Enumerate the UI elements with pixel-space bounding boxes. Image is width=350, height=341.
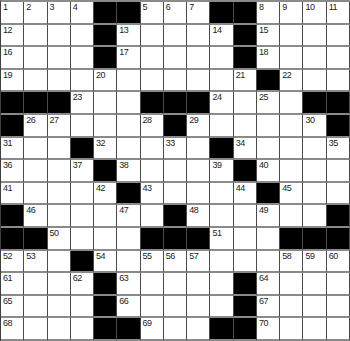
white-cell[interactable] [164,273,187,296]
clue-number: 63 [119,273,128,283]
white-cell[interactable]: 66 [117,296,140,319]
clue-number: 56 [166,251,175,261]
white-cell[interactable]: 37 [71,160,94,183]
white-cell[interactable] [327,183,350,206]
clue-number: 35 [329,138,338,148]
black-cell [48,92,71,115]
white-cell[interactable] [327,47,350,70]
white-cell[interactable]: 9 [280,2,303,25]
clue-number: 14 [212,25,221,35]
clue-number: 7 [189,2,194,12]
white-cell[interactable] [48,70,71,93]
white-cell[interactable]: 42 [94,183,117,206]
black-cell [327,92,350,115]
white-cell[interactable] [141,47,164,70]
black-cell [210,138,233,161]
white-cell[interactable]: 28 [141,115,164,138]
white-cell[interactable] [117,138,140,161]
white-cell[interactable] [141,205,164,228]
white-cell[interactable] [280,47,303,70]
clue-number: 3 [50,2,55,12]
white-cell[interactable] [117,115,140,138]
white-cell[interactable] [164,25,187,48]
white-cell[interactable]: 69 [141,318,164,341]
white-cell[interactable] [257,138,280,161]
clue-number: 13 [119,25,128,35]
black-cell [164,228,187,251]
clue-number: 38 [119,160,128,170]
clue-number: 31 [3,138,12,148]
clue-number: 29 [189,115,198,125]
clue-number: 2 [26,2,31,12]
black-cell [1,228,24,251]
white-cell[interactable] [327,296,350,319]
white-cell[interactable] [48,160,71,183]
white-cell[interactable] [187,296,210,319]
white-cell[interactable]: 59 [303,251,326,274]
white-cell[interactable]: 1 [1,2,24,25]
white-cell[interactable] [187,183,210,206]
clue-number: 8 [259,2,264,12]
black-cell [1,205,24,228]
clue-number: 4 [73,2,78,12]
black-cell [234,296,257,319]
clue-number: 36 [3,160,12,170]
white-cell[interactable] [280,273,303,296]
clue-number: 49 [259,205,268,215]
white-cell[interactable] [24,273,47,296]
white-cell[interactable] [303,70,326,93]
clue-number: 68 [3,318,12,328]
white-cell[interactable] [280,318,303,341]
white-cell[interactable] [257,115,280,138]
white-cell[interactable] [141,273,164,296]
white-cell[interactable] [280,115,303,138]
white-cell[interactable] [210,273,233,296]
white-cell[interactable]: 36 [1,160,24,183]
black-cell [1,92,24,115]
white-cell[interactable] [210,296,233,319]
crossword-puzzle: 1234567891011121314151617181920212223242… [0,0,350,341]
white-cell[interactable]: 67 [257,296,280,319]
crossword-grid: 1234567891011121314151617181920212223242… [0,0,350,341]
clue-number: 21 [236,70,245,80]
white-cell[interactable] [24,47,47,70]
white-cell[interactable] [327,160,350,183]
clue-number: 26 [26,115,35,125]
white-cell[interactable]: 62 [71,273,94,296]
white-cell[interactable] [71,318,94,341]
white-cell[interactable] [164,47,187,70]
white-cell[interactable] [71,228,94,251]
clue-number: 5 [143,2,148,12]
white-cell[interactable] [117,70,140,93]
white-cell[interactable] [48,205,71,228]
white-cell[interactable]: 52 [1,251,24,274]
black-cell [94,25,117,48]
white-cell[interactable]: 45 [280,183,303,206]
white-cell[interactable]: 13 [117,25,140,48]
white-cell[interactable] [303,318,326,341]
black-cell [164,92,187,115]
black-cell [94,2,117,25]
white-cell[interactable] [71,25,94,48]
white-cell[interactable]: 49 [257,205,280,228]
white-cell[interactable]: 57 [187,251,210,274]
white-cell[interactable] [280,138,303,161]
white-cell[interactable] [71,70,94,93]
black-cell [94,47,117,70]
clue-number: 9 [282,2,287,12]
white-cell[interactable] [164,70,187,93]
white-cell[interactable] [210,70,233,93]
white-cell[interactable] [303,25,326,48]
black-cell [234,318,257,341]
white-cell[interactable]: 20 [94,70,117,93]
clue-number: 10 [305,2,314,12]
white-cell[interactable] [48,251,71,274]
black-cell [187,92,210,115]
clue-number: 40 [259,160,268,170]
clue-number: 50 [50,228,59,238]
white-cell[interactable]: 22 [280,70,303,93]
white-cell[interactable]: 44 [234,183,257,206]
white-cell[interactable]: 54 [94,251,117,274]
clue-number: 30 [305,115,314,125]
white-cell[interactable] [71,183,94,206]
white-cell[interactable] [234,115,257,138]
black-cell [94,318,117,341]
clue-number: 27 [50,115,59,125]
white-cell[interactable]: 33 [164,138,187,161]
white-cell[interactable] [24,138,47,161]
clue-number: 54 [96,251,105,261]
clue-number: 60 [329,251,338,261]
white-cell[interactable] [234,92,257,115]
white-cell[interactable] [48,47,71,70]
white-cell[interactable] [303,296,326,319]
white-cell[interactable]: 50 [48,228,71,251]
clue-number: 45 [282,183,291,193]
white-cell[interactable]: 3 [48,2,71,25]
black-cell [164,115,187,138]
black-cell [71,251,94,274]
white-cell[interactable]: 16 [1,47,24,70]
clue-number: 61 [3,273,12,283]
clue-number: 57 [189,251,198,261]
white-cell[interactable] [48,183,71,206]
white-cell[interactable] [164,296,187,319]
white-cell[interactable]: 60 [327,251,350,274]
white-cell[interactable] [187,160,210,183]
white-cell[interactable] [48,296,71,319]
white-cell[interactable]: 35 [327,138,350,161]
white-cell[interactable] [210,183,233,206]
clue-number: 22 [282,70,291,80]
white-cell[interactable] [48,25,71,48]
white-cell[interactable]: 32 [94,138,117,161]
white-cell[interactable] [24,160,47,183]
white-cell[interactable] [24,296,47,319]
clue-number: 25 [259,92,268,102]
white-cell[interactable]: 8 [257,2,280,25]
white-cell[interactable]: 46 [24,205,47,228]
black-cell [234,47,257,70]
black-cell [141,92,164,115]
white-cell[interactable]: 30 [303,115,326,138]
white-cell[interactable] [280,205,303,228]
white-cell[interactable] [187,25,210,48]
black-cell [141,228,164,251]
white-cell[interactable] [24,25,47,48]
clue-number: 37 [73,160,82,170]
clue-number: 53 [26,251,35,261]
white-cell[interactable]: 68 [1,318,24,341]
white-cell[interactable] [234,205,257,228]
white-cell[interactable] [117,228,140,251]
clue-number: 11 [329,2,337,12]
white-cell[interactable]: 61 [1,273,24,296]
black-cell [280,228,303,251]
white-cell[interactable]: 2 [24,2,47,25]
white-cell[interactable]: 6 [164,2,187,25]
clue-number: 6 [166,2,171,12]
clue-number: 19 [3,70,12,80]
black-cell [257,70,280,93]
clue-number: 55 [143,251,152,261]
white-cell[interactable]: 29 [187,115,210,138]
clue-number: 12 [3,25,12,35]
white-cell[interactable] [71,296,94,319]
white-cell[interactable]: 15 [257,25,280,48]
white-cell[interactable]: 53 [24,251,47,274]
white-cell[interactable] [327,273,350,296]
white-cell[interactable]: 31 [1,138,24,161]
black-cell [234,273,257,296]
white-cell[interactable] [141,296,164,319]
white-cell[interactable] [164,183,187,206]
white-cell[interactable]: 4 [71,2,94,25]
white-cell[interactable] [141,138,164,161]
clue-number: 46 [26,205,35,215]
black-cell [164,205,187,228]
white-cell[interactable] [280,160,303,183]
white-cell[interactable]: 25 [257,92,280,115]
clue-number: 59 [305,251,314,261]
black-cell [327,115,350,138]
white-cell[interactable] [187,273,210,296]
white-cell[interactable]: 7 [187,2,210,25]
white-cell[interactable]: 17 [117,47,140,70]
clue-number: 23 [73,92,82,102]
clue-number: 48 [189,205,198,215]
white-cell[interactable]: 27 [48,115,71,138]
white-cell[interactable]: 70 [257,318,280,341]
white-cell[interactable] [234,228,257,251]
clue-number: 43 [143,183,152,193]
clue-number: 1 [3,2,8,12]
white-cell[interactable] [303,138,326,161]
white-cell[interactable] [303,183,326,206]
white-cell[interactable]: 19 [1,70,24,93]
white-cell[interactable] [257,251,280,274]
white-cell[interactable] [210,115,233,138]
white-cell[interactable] [24,183,47,206]
clue-number: 24 [212,92,221,102]
white-cell[interactable] [141,70,164,93]
white-cell[interactable] [94,92,117,115]
white-cell[interactable]: 26 [24,115,47,138]
black-cell [210,2,233,25]
white-cell[interactable] [303,273,326,296]
black-cell [117,2,140,25]
white-cell[interactable] [187,47,210,70]
white-cell[interactable] [164,318,187,341]
white-cell[interactable] [303,47,326,70]
white-cell[interactable] [187,138,210,161]
black-cell [210,318,233,341]
clue-number: 51 [212,228,221,238]
white-cell[interactable] [303,160,326,183]
white-cell[interactable] [187,318,210,341]
white-cell[interactable]: 55 [141,251,164,274]
white-cell[interactable]: 64 [257,273,280,296]
white-cell[interactable]: 48 [187,205,210,228]
white-cell[interactable] [24,318,47,341]
white-cell[interactable]: 65 [1,296,24,319]
white-cell[interactable]: 5 [141,2,164,25]
white-cell[interactable]: 18 [257,47,280,70]
white-cell[interactable]: 47 [117,205,140,228]
clue-number: 42 [96,183,105,193]
white-cell[interactable] [210,205,233,228]
white-cell[interactable] [117,92,140,115]
clue-number: 58 [282,251,291,261]
white-cell[interactable]: 63 [117,273,140,296]
white-cell[interactable]: 23 [71,92,94,115]
white-cell[interactable]: 38 [117,160,140,183]
white-cell[interactable] [94,115,117,138]
black-cell [303,228,326,251]
clue-number: 17 [119,47,128,57]
black-cell [117,318,140,341]
white-cell[interactable] [280,296,303,319]
white-cell[interactable]: 58 [280,251,303,274]
clue-number: 16 [3,47,12,57]
white-cell[interactable]: 51 [210,228,233,251]
white-cell[interactable] [327,318,350,341]
clue-number: 15 [259,25,268,35]
clue-number: 52 [3,251,12,261]
clue-number: 44 [236,183,245,193]
white-cell[interactable] [141,160,164,183]
white-cell[interactable]: 40 [257,160,280,183]
black-cell [94,160,117,183]
clue-number: 67 [259,296,268,306]
black-cell [24,228,47,251]
clue-number: 64 [259,273,268,283]
white-cell[interactable] [327,70,350,93]
white-cell[interactable]: 21 [234,70,257,93]
white-cell[interactable] [210,251,233,274]
white-cell[interactable] [327,25,350,48]
white-cell[interactable]: 12 [1,25,24,48]
white-cell[interactable] [71,115,94,138]
black-cell [117,183,140,206]
black-cell [1,115,24,138]
clue-number: 18 [259,47,268,57]
clue-number: 34 [236,138,245,148]
black-cell [327,205,350,228]
white-cell[interactable] [257,228,280,251]
clue-number: 20 [96,70,105,80]
white-cell[interactable] [141,25,164,48]
clue-number: 41 [3,183,12,193]
white-cell[interactable]: 14 [210,25,233,48]
white-cell[interactable] [48,138,71,161]
white-cell[interactable]: 56 [164,251,187,274]
white-cell[interactable] [117,251,140,274]
white-cell[interactable] [24,70,47,93]
white-cell[interactable] [94,205,117,228]
clue-number: 47 [119,205,128,215]
white-cell[interactable] [164,160,187,183]
white-cell[interactable] [280,92,303,115]
black-cell [234,2,257,25]
white-cell[interactable] [48,318,71,341]
clue-number: 69 [143,318,152,328]
black-cell [24,92,47,115]
white-cell[interactable] [71,205,94,228]
black-cell [327,228,350,251]
clue-number: 39 [212,160,221,170]
black-cell [303,92,326,115]
clue-number: 66 [119,296,128,306]
clue-number: 32 [96,138,105,148]
clue-number: 70 [259,318,268,328]
clue-number: 65 [3,296,12,306]
white-cell[interactable]: 43 [141,183,164,206]
white-cell[interactable] [303,205,326,228]
black-cell [94,296,117,319]
white-cell[interactable]: 41 [1,183,24,206]
white-cell[interactable] [187,70,210,93]
clue-number: 33 [166,138,175,148]
white-cell[interactable] [48,273,71,296]
white-cell[interactable] [94,228,117,251]
black-cell [187,228,210,251]
white-cell[interactable]: 34 [234,138,257,161]
white-cell[interactable]: 10 [303,2,326,25]
white-cell[interactable]: 11 [327,2,350,25]
black-cell [257,183,280,206]
black-cell [71,138,94,161]
white-cell[interactable] [280,25,303,48]
black-cell [234,25,257,48]
black-cell [234,160,257,183]
clue-number: 62 [73,273,82,283]
white-cell[interactable] [71,47,94,70]
white-cell[interactable]: 39 [210,160,233,183]
white-cell[interactable]: 24 [210,92,233,115]
black-cell [94,273,117,296]
white-cell[interactable] [210,47,233,70]
clue-number: 28 [143,115,152,125]
white-cell[interactable] [234,251,257,274]
